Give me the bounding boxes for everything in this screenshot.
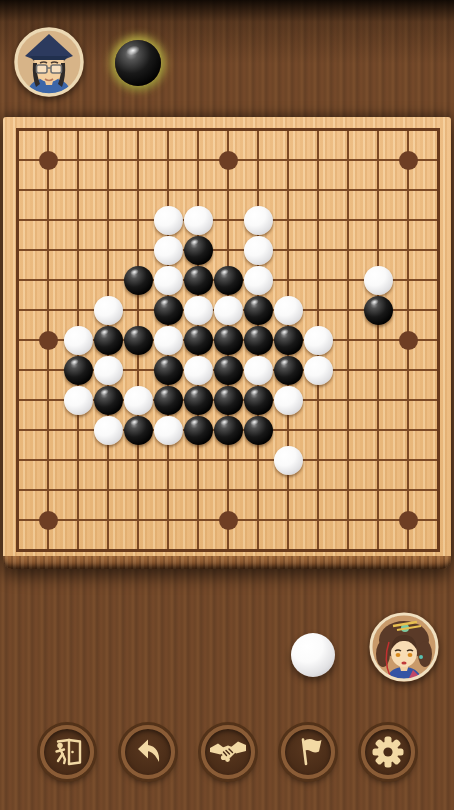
scholar-man-avatar-image (14, 27, 84, 97)
board-surface (3, 117, 451, 556)
anime-woman-avatar-image (369, 612, 439, 682)
bottom-player-avatar[interactable] (369, 612, 439, 682)
exit-button[interactable] (40, 725, 94, 779)
top-player-black-stone-indicator (115, 40, 161, 86)
draw-offer-button[interactable] (201, 725, 255, 779)
flag-icon (291, 735, 325, 769)
top-player-avatar[interactable] (14, 27, 84, 97)
gear-icon (371, 735, 405, 769)
board-side-edge (3, 556, 451, 569)
settings-button[interactable] (361, 725, 415, 779)
handshake-icon (209, 738, 247, 766)
gomoku-game-screen (0, 0, 454, 810)
undo-button[interactable] (121, 725, 175, 779)
exit-door-icon (50, 735, 84, 769)
gomoku-board (3, 117, 451, 569)
resign-button[interactable] (281, 725, 335, 779)
undo-arrow-icon (131, 735, 165, 769)
bottom-player-white-stone-indicator (291, 633, 335, 677)
board-grid[interactable] (3, 117, 451, 556)
